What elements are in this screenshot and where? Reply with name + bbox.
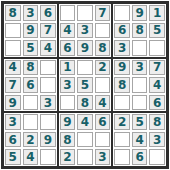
cell-r7c1[interactable]: 3 (5, 114, 21, 130)
cell-r4c7[interactable]: 9 (114, 60, 130, 76)
cell-r7c3[interactable] (40, 114, 56, 130)
cell-r7c8[interactable]: 5 (132, 114, 148, 130)
cell-r8c7[interactable] (114, 132, 130, 148)
cell-r9c5[interactable] (77, 149, 93, 165)
cell-r5c6[interactable] (95, 77, 111, 93)
cell-r4c3[interactable] (40, 60, 56, 76)
cell-r2c5[interactable]: 3 (77, 23, 93, 39)
cell-r5c4[interactable]: 3 (60, 77, 76, 93)
cell-r9c2[interactable]: 4 (23, 149, 39, 165)
cell-r1c6[interactable]: 7 (95, 5, 111, 21)
box-r1c2: 743698 (58, 3, 113, 58)
box-r3c2: 946823 (58, 112, 113, 167)
cell-r6c9[interactable]: 6 (149, 95, 165, 111)
cell-r2c4[interactable]: 4 (60, 23, 76, 39)
cell-r1c2[interactable]: 3 (23, 5, 39, 21)
cell-r8c1[interactable]: 6 (5, 132, 21, 148)
cell-r6c3[interactable]: 3 (40, 95, 56, 111)
box-r2c3: 937846 (112, 58, 167, 113)
cell-r8c9[interactable]: 3 (149, 132, 165, 148)
cell-r5c9[interactable]: 4 (149, 77, 165, 93)
cell-r6c1[interactable]: 9 (5, 95, 21, 111)
cell-r3c5[interactable]: 9 (77, 40, 93, 56)
cell-r5c1[interactable]: 7 (5, 77, 21, 93)
cell-r3c7[interactable]: 3 (114, 40, 130, 56)
cell-r9c3[interactable] (40, 149, 56, 165)
cell-r8c5[interactable] (77, 132, 93, 148)
cell-r1c3[interactable]: 6 (40, 5, 56, 21)
cell-r9c6[interactable]: 3 (95, 149, 111, 165)
cell-r3c1[interactable] (5, 40, 21, 56)
box-r1c1: 8369754 (3, 3, 58, 58)
cell-r5c3[interactable] (40, 77, 56, 93)
cell-r1c1[interactable]: 8 (5, 5, 21, 21)
cell-r2c9[interactable]: 5 (149, 23, 165, 39)
cell-r9c4[interactable]: 2 (60, 149, 76, 165)
cell-r4c2[interactable]: 8 (23, 60, 39, 76)
cell-r7c9[interactable]: 8 (149, 114, 165, 130)
cell-r1c7[interactable] (114, 5, 130, 21)
cell-r7c6[interactable]: 6 (95, 114, 111, 130)
cell-r4c1[interactable]: 4 (5, 60, 21, 76)
cell-r6c8[interactable] (132, 95, 148, 111)
box-r3c3: 258436 (112, 112, 167, 167)
box-r2c1: 487693 (3, 58, 58, 113)
sudoku-board: 8369754 743698 916853 487693 123584 9378… (1, 1, 169, 169)
cell-r3c8[interactable] (132, 40, 148, 56)
cell-r9c1[interactable]: 5 (5, 149, 21, 165)
cell-r6c6[interactable]: 4 (95, 95, 111, 111)
cell-r2c2[interactable]: 9 (23, 23, 39, 39)
cell-r8c8[interactable]: 4 (132, 132, 148, 148)
cell-r8c2[interactable]: 2 (23, 132, 39, 148)
cell-r7c2[interactable] (23, 114, 39, 130)
cell-r3c6[interactable]: 8 (95, 40, 111, 56)
box-r1c3: 916853 (112, 3, 167, 58)
cell-r4c8[interactable]: 3 (132, 60, 148, 76)
box-r3c1: 362954 (3, 112, 58, 167)
cell-r2c8[interactable]: 8 (132, 23, 148, 39)
cell-r1c4[interactable] (60, 5, 76, 21)
cell-r8c6[interactable] (95, 132, 111, 148)
cell-r8c3[interactable]: 9 (40, 132, 56, 148)
cell-r3c2[interactable]: 5 (23, 40, 39, 56)
cell-r5c7[interactable]: 8 (114, 77, 130, 93)
cell-r2c7[interactable]: 6 (114, 23, 130, 39)
cell-r7c4[interactable]: 9 (60, 114, 76, 130)
cell-r6c2[interactable] (23, 95, 39, 111)
box-r2c2: 123584 (58, 58, 113, 113)
cell-r5c5[interactable]: 5 (77, 77, 93, 93)
cell-r9c9[interactable] (149, 149, 165, 165)
cell-r1c9[interactable]: 1 (149, 5, 165, 21)
cell-r6c7[interactable] (114, 95, 130, 111)
cell-r2c1[interactable] (5, 23, 21, 39)
cell-r6c5[interactable]: 8 (77, 95, 93, 111)
cell-r3c3[interactable]: 4 (40, 40, 56, 56)
cell-r3c4[interactable]: 6 (60, 40, 76, 56)
cell-r2c6[interactable] (95, 23, 111, 39)
cell-r4c9[interactable]: 7 (149, 60, 165, 76)
cell-r5c8[interactable] (132, 77, 148, 93)
cell-r2c3[interactable]: 7 (40, 23, 56, 39)
cell-r4c5[interactable] (77, 60, 93, 76)
cell-r8c4[interactable]: 8 (60, 132, 76, 148)
cell-r5c2[interactable]: 6 (23, 77, 39, 93)
cell-r1c8[interactable]: 9 (132, 5, 148, 21)
cell-r9c7[interactable] (114, 149, 130, 165)
cell-r7c5[interactable]: 4 (77, 114, 93, 130)
cell-r1c5[interactable] (77, 5, 93, 21)
cell-r9c8[interactable]: 6 (132, 149, 148, 165)
cell-r7c7[interactable]: 2 (114, 114, 130, 130)
cell-r4c6[interactable]: 2 (95, 60, 111, 76)
sudoku-page: 8369754 743698 916853 487693 123584 9378… (0, 0, 170, 170)
cell-r3c9[interactable] (149, 40, 165, 56)
cell-r6c4[interactable] (60, 95, 76, 111)
cell-r4c4[interactable]: 1 (60, 60, 76, 76)
